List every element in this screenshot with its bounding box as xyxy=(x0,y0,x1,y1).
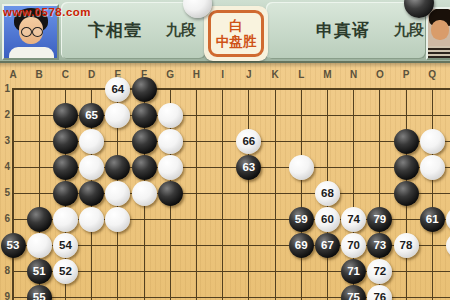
grid-line-vertical xyxy=(196,89,197,300)
right-player-name: 申真谞 xyxy=(316,19,370,42)
stone-white[interactable] xyxy=(79,207,104,232)
stone-black[interactable] xyxy=(53,103,78,128)
stone-black[interactable]: 75 xyxy=(341,285,366,300)
stone-white[interactable]: 60 xyxy=(315,207,340,232)
right-player-avatar xyxy=(426,7,450,60)
header-bar: 卞相壹 九段 白 中盘胜 申真谞 九段 www.0578.com xyxy=(0,0,450,63)
board-coordinate-column: C xyxy=(57,69,73,80)
stone-move-number: 54 xyxy=(59,239,72,251)
stone-move-number: 61 xyxy=(426,213,439,225)
stone-black[interactable]: 51 xyxy=(27,259,52,284)
stone-black[interactable]: 61 xyxy=(420,207,445,232)
stone-white[interactable] xyxy=(79,155,104,180)
board-coordinate-column: A xyxy=(5,69,21,80)
stone-black[interactable]: 71 xyxy=(341,259,366,284)
stone-white[interactable] xyxy=(158,129,183,154)
right-player-rank: 九段 xyxy=(394,21,424,40)
stone-black[interactable]: 55 xyxy=(27,285,52,300)
board-coordinate-column: K xyxy=(267,69,283,80)
board-coordinate-row: 1 xyxy=(0,83,10,94)
stone-white[interactable] xyxy=(446,233,450,258)
grid-line-vertical xyxy=(301,89,302,300)
stone-black[interactable] xyxy=(132,77,157,102)
stone-white[interactable] xyxy=(158,103,183,128)
stone-move-number: 64 xyxy=(111,83,124,95)
board-coordinate-row: 5 xyxy=(0,187,10,198)
board-coordinate-row: 4 xyxy=(0,161,10,172)
stone-move-number: 79 xyxy=(373,213,386,225)
stone-move-number: 75 xyxy=(347,291,360,300)
stone-move-number: 51 xyxy=(33,265,46,277)
stone-move-number: 65 xyxy=(85,109,98,121)
result-badge-color: 白 xyxy=(229,18,243,34)
stone-white[interactable] xyxy=(53,207,78,232)
avatar-shirt xyxy=(428,46,450,58)
stone-black[interactable] xyxy=(105,155,130,180)
stone-white[interactable] xyxy=(158,155,183,180)
stone-black[interactable] xyxy=(53,129,78,154)
grid-line-horizontal xyxy=(12,88,450,90)
board-coordinate-column: D xyxy=(84,69,100,80)
stone-black[interactable] xyxy=(394,129,419,154)
result-badge-frame: 白 中盘胜 xyxy=(208,10,264,57)
stone-white[interactable]: 64 xyxy=(105,77,130,102)
stone-move-number: 78 xyxy=(400,239,413,251)
stone-move-number: 59 xyxy=(295,213,308,225)
stone-black[interactable]: 65 xyxy=(79,103,104,128)
grid-line-vertical xyxy=(12,89,14,300)
stone-black[interactable]: 69 xyxy=(289,233,314,258)
board-coordinate-row: 8 xyxy=(0,265,10,276)
stone-move-number: 52 xyxy=(59,265,72,277)
stone-black[interactable] xyxy=(132,103,157,128)
board-coordinate-row: 6 xyxy=(0,213,10,224)
stone-white[interactable]: 54 xyxy=(53,233,78,258)
board-coordinate-column: O xyxy=(372,69,388,80)
go-board[interactable]: ABCDEFGHIJKLMNOPQ12345678964656663685960… xyxy=(0,63,450,300)
stone-move-number: 74 xyxy=(347,213,360,225)
stone-move-number: 72 xyxy=(373,265,386,277)
grid-line-vertical xyxy=(275,89,276,300)
stone-black[interactable]: 63 xyxy=(236,155,261,180)
stone-white[interactable] xyxy=(132,181,157,206)
stone-white[interactable] xyxy=(27,233,52,258)
stone-black[interactable]: 73 xyxy=(367,233,392,258)
stone-move-number: 66 xyxy=(242,135,255,147)
app-window: 卞相壹 九段 白 中盘胜 申真谞 九段 www.0578.com ABCDEFG… xyxy=(0,0,450,300)
result-badge-result: 中盘胜 xyxy=(216,34,257,50)
stone-black[interactable] xyxy=(132,129,157,154)
stone-move-number: 67 xyxy=(321,239,334,251)
stone-white[interactable] xyxy=(446,207,450,232)
stone-black[interactable] xyxy=(158,181,183,206)
left-player-rank: 九段 xyxy=(166,21,196,40)
stone-move-number: 63 xyxy=(242,161,255,173)
stone-black[interactable]: 59 xyxy=(289,207,314,232)
stone-move-number: 68 xyxy=(321,187,334,199)
stone-white[interactable] xyxy=(420,129,445,154)
board-coordinate-column: H xyxy=(188,69,204,80)
stone-white[interactable]: 76 xyxy=(367,285,392,300)
left-player-name: 卞相壹 xyxy=(88,19,142,42)
stone-white[interactable]: 68 xyxy=(315,181,340,206)
grid-line-vertical xyxy=(248,89,249,300)
avatar-shirt xyxy=(9,47,54,60)
board-coordinate-column: P xyxy=(398,69,414,80)
stone-move-number: 55 xyxy=(33,291,46,300)
stone-black[interactable] xyxy=(79,181,104,206)
stone-black[interactable]: 67 xyxy=(315,233,340,258)
board-coordinate-column: L xyxy=(293,69,309,80)
stone-black[interactable] xyxy=(394,181,419,206)
glasses-icon xyxy=(32,27,43,37)
board-coordinate-column: B xyxy=(31,69,47,80)
stone-white[interactable]: 52 xyxy=(53,259,78,284)
stone-black[interactable] xyxy=(132,155,157,180)
grid-line-vertical xyxy=(222,89,223,300)
stone-move-number: 73 xyxy=(373,239,386,251)
stone-black[interactable] xyxy=(27,207,52,232)
board-coordinate-column: M xyxy=(319,69,335,80)
grid-line-vertical xyxy=(432,89,433,300)
stone-white[interactable]: 74 xyxy=(341,207,366,232)
board-coordinate-column: I xyxy=(215,69,231,80)
board-coordinate-column: Q xyxy=(424,69,440,80)
stone-white[interactable]: 72 xyxy=(367,259,392,284)
stone-white[interactable]: 66 xyxy=(236,129,261,154)
stone-white[interactable] xyxy=(105,103,130,128)
stone-black[interactable] xyxy=(53,181,78,206)
stone-black[interactable]: 53 xyxy=(1,233,26,258)
stone-black[interactable] xyxy=(53,155,78,180)
stone-white[interactable] xyxy=(105,207,130,232)
stone-move-number: 53 xyxy=(7,239,20,251)
stone-move-number: 70 xyxy=(347,239,360,251)
stone-white[interactable] xyxy=(105,181,130,206)
stone-white[interactable] xyxy=(420,155,445,180)
board-coordinate-row: 3 xyxy=(0,135,10,146)
board-coordinate-column: J xyxy=(241,69,257,80)
stone-black[interactable] xyxy=(394,155,419,180)
stone-white[interactable] xyxy=(79,129,104,154)
stone-white[interactable]: 78 xyxy=(394,233,419,258)
right-player-plate: 申真谞 九段 xyxy=(266,2,426,59)
watermark: www.0578.com xyxy=(3,6,91,18)
stone-move-number: 76 xyxy=(373,291,386,300)
result-badge: 白 中盘胜 xyxy=(204,6,268,61)
stone-white[interactable] xyxy=(289,155,314,180)
board-coordinate-column: N xyxy=(346,69,362,80)
board-coordinate-row: 2 xyxy=(0,109,10,120)
stone-move-number: 60 xyxy=(321,213,334,225)
stone-white[interactable]: 70 xyxy=(341,233,366,258)
avatar-face xyxy=(431,20,449,40)
stone-move-number: 69 xyxy=(295,239,308,251)
glasses-icon xyxy=(21,27,32,37)
board-coordinate-column: G xyxy=(162,69,178,80)
stone-black[interactable]: 79 xyxy=(367,207,392,232)
board-coordinate-row: 9 xyxy=(0,291,10,300)
stone-move-number: 71 xyxy=(347,265,360,277)
